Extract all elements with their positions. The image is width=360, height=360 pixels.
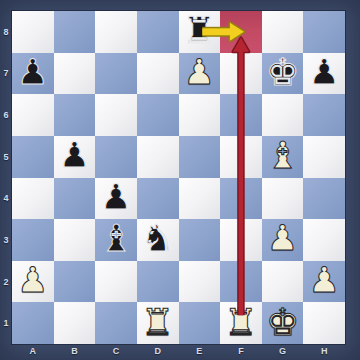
square-a3[interactable] [12, 219, 54, 261]
square-c2[interactable] [95, 261, 137, 303]
square-a5[interactable] [12, 136, 54, 178]
square-g8[interactable] [262, 11, 304, 53]
square-a7[interactable]: ♟ [12, 53, 54, 95]
square-g4[interactable] [262, 178, 304, 220]
square-d7[interactable] [137, 53, 179, 95]
square-b1[interactable] [54, 302, 96, 344]
board-frame: 87654321 ABCDEFGH ♜♟♟♚♟♟♝♟♝♞♟♟♟♜♜♚ [0, 0, 360, 360]
square-b7[interactable] [54, 53, 96, 95]
square-d3[interactable]: ♞ [137, 219, 179, 261]
rank-label-8: 8 [0, 27, 12, 37]
square-a1[interactable] [12, 302, 54, 344]
square-a2[interactable]: ♟ [12, 261, 54, 303]
square-b2[interactable] [54, 261, 96, 303]
piece-white-rook-d1[interactable]: ♜ [141, 304, 174, 341]
file-label-d: D [137, 346, 179, 356]
square-e5[interactable] [179, 136, 221, 178]
square-b8[interactable] [54, 11, 96, 53]
square-g2[interactable] [262, 261, 304, 303]
piece-white-pawn-h2[interactable]: ♟ [308, 263, 339, 298]
piece-black-pawn-b5[interactable]: ♟ [59, 138, 90, 173]
square-d4[interactable] [137, 178, 179, 220]
square-f5[interactable] [220, 136, 262, 178]
square-g1[interactable]: ♚ [262, 302, 304, 344]
square-h2[interactable]: ♟ [303, 261, 345, 303]
file-label-f: F [220, 346, 262, 356]
piece-black-rook-e8[interactable]: ♜ [183, 12, 216, 49]
piece-black-pawn-a7[interactable]: ♟ [17, 55, 48, 90]
square-e2[interactable] [179, 261, 221, 303]
piece-white-pawn-g3[interactable]: ♟ [267, 221, 298, 256]
rank-label-5: 5 [0, 152, 12, 162]
square-c3[interactable]: ♝ [95, 219, 137, 261]
square-e3[interactable] [179, 219, 221, 261]
square-h8[interactable] [303, 11, 345, 53]
piece-black-knight-d3[interactable]: ♞ [141, 220, 174, 257]
chess-board: ♜♟♟♚♟♟♝♟♝♞♟♟♟♜♜♚ [12, 11, 345, 344]
square-b3[interactable] [54, 219, 96, 261]
piece-white-rook-f1[interactable]: ♜ [224, 304, 257, 341]
square-g6[interactable] [262, 94, 304, 136]
square-f3[interactable] [220, 219, 262, 261]
rank-label-2: 2 [0, 277, 12, 287]
piece-black-pawn-c4[interactable]: ♟ [100, 180, 131, 215]
square-b4[interactable] [54, 178, 96, 220]
file-labels: ABCDEFGH [12, 344, 345, 360]
square-a6[interactable] [12, 94, 54, 136]
piece-black-pawn-h7[interactable]: ♟ [308, 55, 339, 90]
square-g7[interactable]: ♚ [262, 53, 304, 95]
square-d5[interactable] [137, 136, 179, 178]
square-h6[interactable] [303, 94, 345, 136]
rank-label-3: 3 [0, 235, 12, 245]
rank-label-7: 7 [0, 68, 12, 78]
square-e8[interactable]: ♜ [179, 11, 221, 53]
square-b6[interactable] [54, 94, 96, 136]
square-e1[interactable] [179, 302, 221, 344]
square-h4[interactable] [303, 178, 345, 220]
piece-white-pawn-e7[interactable]: ♟ [184, 55, 215, 90]
square-h7[interactable]: ♟ [303, 53, 345, 95]
square-c8[interactable] [95, 11, 137, 53]
square-c1[interactable] [95, 302, 137, 344]
file-label-b: B [54, 346, 96, 356]
square-a4[interactable] [12, 178, 54, 220]
square-f1[interactable]: ♜ [220, 302, 262, 344]
square-c6[interactable] [95, 94, 137, 136]
square-h3[interactable] [303, 219, 345, 261]
square-h1[interactable] [303, 302, 345, 344]
piece-white-king-g1[interactable]: ♚ [266, 304, 299, 341]
square-g5[interactable]: ♝ [262, 136, 304, 178]
file-label-e: E [179, 346, 221, 356]
file-label-g: G [262, 346, 304, 356]
file-label-c: C [95, 346, 137, 356]
square-f7[interactable] [220, 53, 262, 95]
square-d2[interactable] [137, 261, 179, 303]
square-g3[interactable]: ♟ [262, 219, 304, 261]
square-f6[interactable] [220, 94, 262, 136]
rank-label-1: 1 [0, 318, 12, 328]
square-d8[interactable] [137, 11, 179, 53]
square-f2[interactable] [220, 261, 262, 303]
square-f8[interactable] [220, 11, 262, 53]
square-e6[interactable] [179, 94, 221, 136]
rank-label-4: 4 [0, 193, 12, 203]
piece-black-king-g7[interactable]: ♚ [266, 54, 299, 91]
square-e7[interactable]: ♟ [179, 53, 221, 95]
square-d6[interactable] [137, 94, 179, 136]
piece-black-bishop-c3[interactable]: ♝ [99, 220, 132, 257]
square-a8[interactable] [12, 11, 54, 53]
file-label-a: A [12, 346, 54, 356]
square-d1[interactable]: ♜ [137, 302, 179, 344]
file-label-h: H [303, 346, 345, 356]
square-c5[interactable] [95, 136, 137, 178]
square-c7[interactable] [95, 53, 137, 95]
piece-white-pawn-a2[interactable]: ♟ [17, 263, 48, 298]
square-f4[interactable] [220, 178, 262, 220]
square-b5[interactable]: ♟ [54, 136, 96, 178]
square-h5[interactable] [303, 136, 345, 178]
piece-white-bishop-g5[interactable]: ♝ [266, 137, 299, 174]
square-e4[interactable] [179, 178, 221, 220]
rank-label-6: 6 [0, 110, 12, 120]
rank-labels: 87654321 [0, 11, 12, 344]
square-c4[interactable]: ♟ [95, 178, 137, 220]
